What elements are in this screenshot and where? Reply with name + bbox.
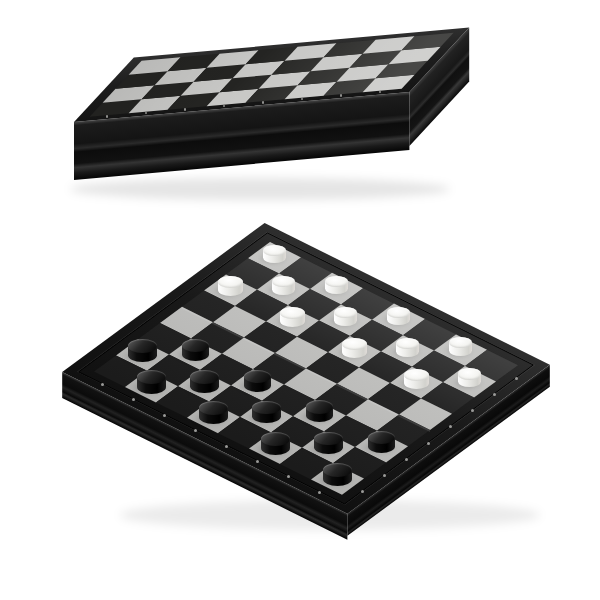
checker-piece-black <box>190 370 218 393</box>
piece-top <box>128 339 156 353</box>
piece-top <box>306 400 333 413</box>
checker-piece-white <box>263 245 286 263</box>
checker-piece-black <box>252 401 280 424</box>
piece-top <box>342 338 367 350</box>
piece-top <box>323 463 352 477</box>
checker-piece-black <box>199 401 228 424</box>
piece-top <box>314 432 342 446</box>
checker-piece-black <box>306 400 333 422</box>
frame-rivet <box>318 491 321 494</box>
checker-piece-white <box>449 337 472 355</box>
closed-box-shadow <box>70 178 450 200</box>
checker-piece-black <box>244 370 271 392</box>
piece-top <box>261 432 290 446</box>
checker-piece-black <box>323 463 352 486</box>
checker-piece-white <box>387 307 410 325</box>
piece-top <box>325 276 348 287</box>
checker-piece-white <box>396 338 420 357</box>
piece-top <box>252 401 280 415</box>
piece-top <box>190 370 218 384</box>
checker-piece-white <box>342 338 367 358</box>
piece-top <box>280 307 305 319</box>
checker-piece-white <box>272 276 296 295</box>
checker-piece-white <box>218 276 243 296</box>
frame-rivet <box>225 445 228 448</box>
checker-piece-black <box>137 370 166 393</box>
piece-top <box>199 401 228 415</box>
checker-piece-black <box>314 432 342 455</box>
checker-piece-white <box>334 307 358 326</box>
checker-piece-white <box>325 276 348 294</box>
frame-rivet <box>101 383 104 386</box>
checker-piece-black <box>128 339 156 362</box>
checker-piece-white <box>404 369 429 389</box>
piece-top <box>387 307 410 318</box>
checker-piece-white <box>280 307 305 327</box>
piece-top <box>263 245 286 256</box>
product-photo-scene <box>0 0 600 600</box>
checker-piece-black <box>368 431 395 453</box>
piece-top <box>458 368 482 379</box>
checker-piece-black <box>261 432 290 455</box>
checker-piece-black <box>182 339 209 361</box>
piece-top <box>404 369 429 381</box>
frame-rivet <box>256 460 259 463</box>
checker-piece-white <box>458 368 482 387</box>
frame-rivet <box>163 414 166 417</box>
piece-top <box>244 370 271 383</box>
piece-top <box>182 339 209 352</box>
